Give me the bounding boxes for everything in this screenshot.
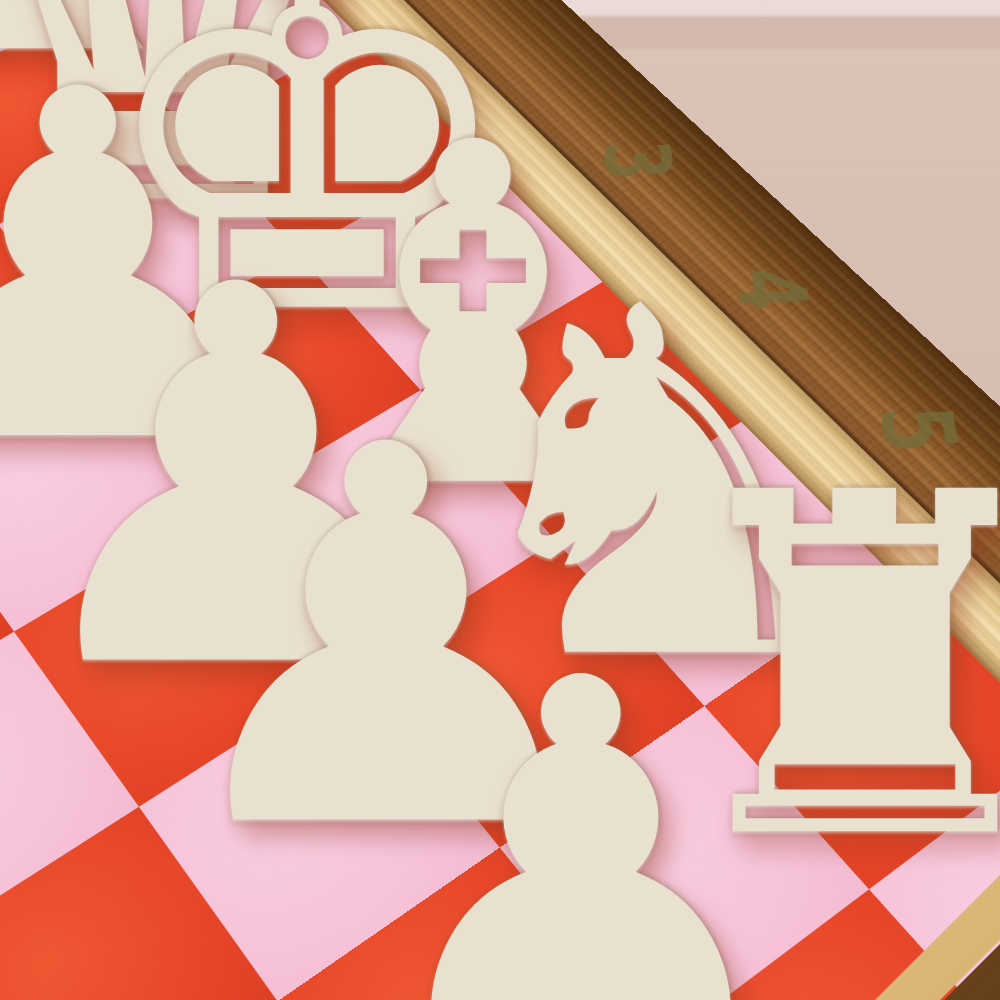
- cream-pawn-e6[interactable]: ♟: [357, 615, 805, 1000]
- pieces-layer: ♝♛♚♟♝♟♞♟♜♟: [0, 0, 1000, 1000]
- chess-set-photo: 345 ♝♛♚♟♝♟♞♟♜♟: [0, 0, 1000, 1000]
